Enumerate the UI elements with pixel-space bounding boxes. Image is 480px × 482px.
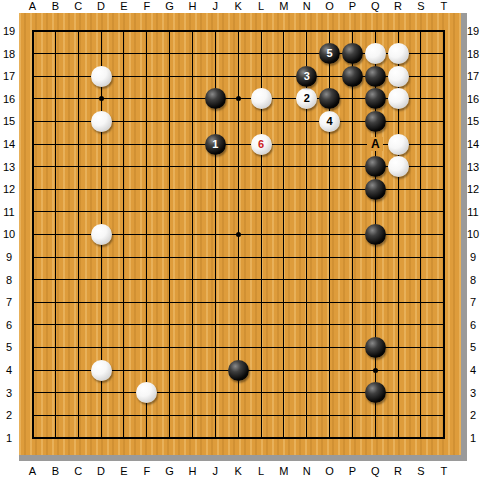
column-label-top: F — [143, 0, 150, 12]
row-label-left: 13 — [3, 161, 15, 173]
row-label-right: 9 — [470, 251, 476, 263]
stone-white — [91, 360, 112, 381]
column-label-top: H — [188, 0, 196, 12]
row-label-left: 14 — [3, 138, 15, 150]
column-label-bottom: G — [165, 465, 174, 477]
row-label-right: 17 — [467, 70, 479, 82]
row-label-left: 4 — [6, 364, 12, 376]
stone-black — [365, 66, 386, 87]
stone-white — [388, 134, 409, 155]
column-label-top: B — [52, 0, 59, 12]
row-label-left: 8 — [6, 274, 12, 286]
row-label-right: 12 — [467, 183, 479, 195]
row-label-left: 3 — [6, 387, 12, 399]
grid-line-horizontal — [32, 302, 445, 303]
column-label-bottom: L — [258, 465, 264, 477]
star-point — [236, 96, 241, 101]
column-label-bottom: B — [52, 465, 59, 477]
column-label-bottom: O — [325, 465, 334, 477]
grid-line-horizontal — [32, 324, 445, 325]
row-label-left: 5 — [6, 341, 12, 353]
go-board[interactable]: A123456 — [19, 13, 467, 461]
column-label-top: K — [234, 0, 241, 12]
column-label-top: L — [258, 0, 264, 12]
column-label-top: Q — [371, 0, 380, 12]
column-label-bottom: Q — [371, 465, 380, 477]
column-label-top: P — [349, 0, 356, 12]
column-label-bottom: P — [349, 465, 356, 477]
column-label-bottom: H — [188, 465, 196, 477]
row-label-right: 7 — [470, 296, 476, 308]
stone-black — [365, 224, 386, 245]
row-label-right: 13 — [467, 161, 479, 173]
stone-white — [251, 88, 272, 109]
row-label-right: 10 — [467, 228, 479, 240]
column-label-bottom: D — [97, 465, 105, 477]
row-label-left: 18 — [3, 48, 15, 60]
stone-white — [388, 66, 409, 87]
star-point — [99, 96, 104, 101]
column-label-top: N — [303, 0, 311, 12]
row-label-left: 9 — [6, 251, 12, 263]
grid-line-horizontal — [32, 437, 445, 439]
stone-white: 4 — [319, 111, 340, 132]
row-label-left: 16 — [3, 93, 15, 105]
row-label-right: 15 — [467, 115, 479, 127]
column-label-bottom: J — [213, 465, 219, 477]
stone-black — [365, 111, 386, 132]
column-label-bottom: E — [120, 465, 127, 477]
row-label-right: 8 — [470, 274, 476, 286]
stone-black — [365, 156, 386, 177]
stone-black — [365, 382, 386, 403]
column-label-bottom: F — [143, 465, 150, 477]
column-label-top: J — [213, 0, 219, 12]
grid-line-vertical — [443, 30, 445, 439]
row-label-left: 10 — [3, 228, 15, 240]
column-label-bottom: T — [440, 465, 447, 477]
stone-black — [205, 88, 226, 109]
column-label-top: C — [74, 0, 82, 12]
star-point — [373, 368, 378, 373]
row-label-left: 19 — [3, 25, 15, 37]
column-label-bottom: K — [234, 465, 241, 477]
column-label-bottom: M — [279, 465, 288, 477]
column-label-top: O — [325, 0, 334, 12]
stone-white: 6 — [251, 134, 272, 155]
grid-line-horizontal — [32, 257, 445, 258]
row-label-right: 2 — [470, 409, 476, 421]
row-label-left: 12 — [3, 183, 15, 195]
grid-line-vertical — [352, 30, 353, 439]
row-label-right: 16 — [467, 93, 479, 105]
row-label-left: 1 — [6, 432, 12, 444]
stone-black: 5 — [319, 43, 340, 64]
column-label-bottom: N — [303, 465, 311, 477]
column-label-top: G — [165, 0, 174, 12]
stone-white — [388, 43, 409, 64]
stone-black — [365, 179, 386, 200]
column-label-top: T — [440, 0, 447, 12]
row-label-right: 18 — [467, 48, 479, 60]
column-label-bottom: C — [74, 465, 82, 477]
stone-black: 3 — [296, 66, 317, 87]
stone-black — [342, 66, 363, 87]
stone-black — [342, 43, 363, 64]
stone-black — [319, 88, 340, 109]
column-label-bottom: S — [417, 465, 424, 477]
stone-black — [228, 360, 249, 381]
stone-white — [136, 382, 157, 403]
column-label-top: E — [120, 0, 127, 12]
row-label-left: 11 — [3, 206, 14, 218]
stone-black — [365, 337, 386, 358]
stone-white — [388, 88, 409, 109]
column-label-bottom: A — [29, 465, 36, 477]
stone-black: 1 — [205, 134, 226, 155]
row-label-left: 2 — [6, 409, 12, 421]
column-label-bottom: R — [394, 465, 402, 477]
row-label-right: 6 — [470, 319, 476, 331]
row-label-left: 6 — [6, 319, 12, 331]
row-label-left: 17 — [3, 70, 15, 82]
stone-white — [365, 43, 386, 64]
row-label-right: 3 — [470, 387, 476, 399]
row-label-left: 7 — [6, 296, 12, 308]
row-label-right: 11 — [467, 206, 478, 218]
row-label-right: 19 — [467, 25, 479, 37]
stone-white — [91, 224, 112, 245]
grid-line-vertical — [283, 30, 284, 439]
grid-line-horizontal — [32, 415, 445, 416]
column-label-top: S — [417, 0, 424, 12]
star-point — [236, 232, 241, 237]
stone-white — [91, 111, 112, 132]
row-label-right: 4 — [470, 364, 476, 376]
row-label-right: 1 — [470, 432, 476, 444]
row-label-right: 14 — [467, 138, 479, 150]
go-board-page: A123456 AABBCCDDEEFFGGHHJJKKLLMMNNOOPPQQ… — [0, 0, 480, 482]
column-label-top: R — [394, 0, 402, 12]
column-label-top: D — [97, 0, 105, 12]
row-label-right: 5 — [470, 341, 476, 353]
grid-line-horizontal — [32, 279, 445, 280]
column-label-top: M — [279, 0, 288, 12]
stone-white: 2 — [296, 88, 317, 109]
stone-white — [388, 156, 409, 177]
column-label-top: A — [29, 0, 36, 12]
annotation-A: A — [367, 137, 383, 151]
row-label-left: 15 — [3, 115, 15, 127]
stone-black — [365, 88, 386, 109]
stone-white — [91, 66, 112, 87]
grid-line-vertical — [420, 30, 421, 439]
